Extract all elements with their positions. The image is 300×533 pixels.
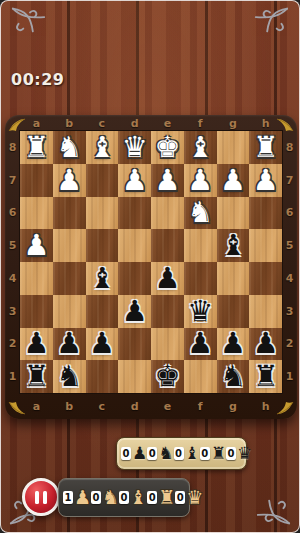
captured-black-pawn: 0♟ [121, 445, 147, 462]
file-label-g: g [217, 393, 250, 419]
count-badge: 0 [147, 447, 157, 460]
count-badge: 0 [121, 447, 131, 460]
square-h3[interactable] [249, 295, 282, 328]
board-grid: ♜♞♝♛♚♝♜♟♟♟♟♟♟♞♟♝♝♟♟♛♟♟♟♟♟♟♜♞♚♞♜ [20, 131, 282, 393]
piece-bP-d3[interactable]: ♟ [122, 297, 148, 326]
captured-black-bishop: 0♝ [174, 445, 200, 462]
square-c2[interactable]: ♟ [86, 328, 119, 361]
square-d2[interactable] [118, 328, 151, 361]
piece-wP-h7[interactable]: ♟ [253, 166, 279, 195]
captured-white-knight: 0♞ [91, 488, 119, 507]
pawn-icon: ♟ [132, 445, 147, 462]
square-b3[interactable] [53, 295, 86, 328]
square-f1[interactable] [184, 360, 217, 393]
count-badge: 0 [200, 447, 210, 460]
captured-white-pieces-tray: 1♟0♞0♝0♜0♛ [58, 478, 190, 517]
rook-icon: ♜ [158, 488, 175, 507]
piece-wB-f8[interactable]: ♝ [187, 133, 213, 162]
rook-icon: ♜ [211, 445, 226, 462]
square-h1[interactable]: ♜ [249, 360, 282, 393]
square-h7[interactable]: ♟ [249, 164, 282, 197]
file-label-e: e [151, 393, 184, 419]
square-g8[interactable] [217, 131, 250, 164]
rank-label-2: 2 [282, 328, 297, 361]
queen-icon: ♛ [186, 488, 203, 507]
square-g5[interactable]: ♝ [217, 229, 250, 262]
square-c6[interactable] [86, 197, 119, 230]
square-e7[interactable]: ♟ [151, 164, 184, 197]
square-e2[interactable] [151, 328, 184, 361]
count-badge: 0 [119, 491, 129, 504]
square-e4[interactable]: ♟ [151, 262, 184, 295]
rank-label-1: 1 [5, 360, 20, 393]
file-label-b: b [53, 115, 86, 131]
count-badge: 0 [174, 447, 184, 460]
rank-label-4: 4 [5, 262, 20, 295]
square-f5[interactable] [184, 229, 217, 262]
pause-button[interactable] [22, 478, 60, 516]
count-badge: 0 [147, 491, 157, 504]
piece-wP-b7[interactable]: ♟ [56, 166, 82, 195]
file-labels-bottom: abcdefgh [20, 393, 282, 419]
rank-label-8: 8 [282, 131, 297, 164]
square-a3[interactable] [20, 295, 53, 328]
file-labels-top: abcdefgh [20, 115, 282, 131]
square-b2[interactable]: ♟ [53, 328, 86, 361]
piece-bP-f2[interactable]: ♟ [187, 329, 213, 358]
piece-wN-b8[interactable]: ♞ [56, 133, 82, 162]
bishop-icon: ♝ [185, 445, 200, 462]
square-d5[interactable] [118, 229, 151, 262]
square-f4[interactable] [184, 262, 217, 295]
captured-white-bishop: 0♝ [119, 488, 147, 507]
square-e5[interactable] [151, 229, 184, 262]
square-a6[interactable] [20, 197, 53, 230]
file-label-a: a [20, 393, 53, 419]
square-b7[interactable]: ♟ [53, 164, 86, 197]
rank-label-7: 7 [282, 164, 297, 197]
square-c8[interactable]: ♝ [86, 131, 119, 164]
square-c5[interactable] [86, 229, 119, 262]
rank-label-5: 5 [282, 229, 297, 262]
square-c7[interactable] [86, 164, 119, 197]
square-d8[interactable]: ♛ [118, 131, 151, 164]
square-d6[interactable] [118, 197, 151, 230]
piece-wP-a5[interactable]: ♟ [23, 231, 49, 260]
rank-label-6: 6 [5, 197, 20, 230]
square-d1[interactable] [118, 360, 151, 393]
square-c4[interactable]: ♝ [86, 262, 119, 295]
bishop-icon: ♝ [130, 488, 147, 507]
square-a2[interactable]: ♟ [20, 328, 53, 361]
piece-bR-h1[interactable]: ♜ [253, 362, 279, 391]
square-g4[interactable] [217, 262, 250, 295]
rank-label-7: 7 [5, 164, 20, 197]
file-label-b: b [53, 393, 86, 419]
square-f3[interactable]: ♛ [184, 295, 217, 328]
file-label-f: f [184, 393, 217, 419]
square-g3[interactable] [217, 295, 250, 328]
piece-bP-c2[interactable]: ♟ [89, 329, 115, 358]
piece-bP-b2[interactable]: ♟ [56, 329, 82, 358]
square-c1[interactable] [86, 360, 119, 393]
corner-flourish-top-right [252, 5, 290, 35]
file-label-h: h [249, 115, 282, 131]
square-c3[interactable] [86, 295, 119, 328]
file-label-c: c [86, 115, 119, 131]
square-e8[interactable]: ♚ [151, 131, 184, 164]
square-b5[interactable] [53, 229, 86, 262]
pawn-icon: ♟ [74, 488, 91, 507]
chess-board: abcdefgh abcdefgh 87654321 87654321 ♜♞♝♛… [5, 115, 297, 419]
square-a8[interactable]: ♜ [20, 131, 53, 164]
square-g7[interactable]: ♟ [217, 164, 250, 197]
rank-label-8: 8 [5, 131, 20, 164]
pause-icon [43, 491, 47, 504]
queen-icon: ♛ [237, 445, 252, 462]
rank-label-5: 5 [5, 229, 20, 262]
square-g1[interactable]: ♞ [217, 360, 250, 393]
square-a4[interactable] [20, 262, 53, 295]
piece-wP-e7[interactable]: ♟ [154, 166, 180, 195]
square-e3[interactable] [151, 295, 184, 328]
rank-label-3: 3 [5, 295, 20, 328]
captured-black-knight: 0♞ [147, 445, 173, 462]
file-label-g: g [217, 115, 250, 131]
piece-bP-h2[interactable]: ♟ [253, 329, 279, 358]
square-d3[interactable]: ♟ [118, 295, 151, 328]
square-d4[interactable] [118, 262, 151, 295]
captured-white-pawn: 1♟ [63, 488, 91, 507]
square-g2[interactable]: ♟ [217, 328, 250, 361]
knight-icon: ♞ [102, 488, 119, 507]
piece-wK-e8[interactable]: ♚ [154, 133, 180, 162]
piece-bP-e4[interactable]: ♟ [154, 264, 180, 293]
piece-wP-d7[interactable]: ♟ [122, 166, 148, 195]
piece-bN-b1[interactable]: ♞ [56, 362, 82, 391]
count-badge: 1 [63, 491, 73, 504]
square-e6[interactable] [151, 197, 184, 230]
square-d7[interactable]: ♟ [118, 164, 151, 197]
rank-label-3: 3 [282, 295, 297, 328]
piece-bK-e1[interactable]: ♚ [154, 362, 180, 391]
square-f6[interactable]: ♞ [184, 197, 217, 230]
file-label-a: a [20, 115, 53, 131]
rank-label-6: 6 [282, 197, 297, 230]
captured-white-queen: 0♛ [175, 488, 203, 507]
piece-wP-f7[interactable]: ♟ [187, 166, 213, 195]
knight-icon: ♞ [158, 445, 173, 462]
piece-wP-g7[interactable]: ♟ [220, 166, 246, 195]
app-screen: 00:29 abcdefgh abcdefgh 87654321 8765432… [0, 0, 300, 533]
square-b1[interactable]: ♞ [53, 360, 86, 393]
square-g6[interactable] [217, 197, 250, 230]
captured-black-queen: 0♛ [226, 445, 252, 462]
rank-label-2: 2 [5, 328, 20, 361]
file-label-f: f [184, 115, 217, 131]
piece-wN-f6[interactable]: ♞ [187, 198, 213, 227]
count-badge: 0 [226, 447, 236, 460]
square-h6[interactable] [249, 197, 282, 230]
square-b4[interactable] [53, 262, 86, 295]
file-label-d: d [118, 393, 151, 419]
piece-bR-a1[interactable]: ♜ [23, 362, 49, 391]
corner-flourish-bottom-right [254, 497, 292, 527]
square-h5[interactable] [249, 229, 282, 262]
piece-bN-g1[interactable]: ♞ [220, 362, 246, 391]
captured-black-pieces-tray: 0♟0♞0♝0♜0♛ [116, 437, 247, 470]
square-b8[interactable]: ♞ [53, 131, 86, 164]
piece-wB-c8[interactable]: ♝ [89, 133, 115, 162]
file-label-e: e [151, 115, 184, 131]
square-a5[interactable]: ♟ [20, 229, 53, 262]
square-f7[interactable]: ♟ [184, 164, 217, 197]
square-h2[interactable]: ♟ [249, 328, 282, 361]
square-f2[interactable]: ♟ [184, 328, 217, 361]
pause-icon [35, 491, 39, 504]
count-badge: 0 [91, 491, 101, 504]
count-badge: 0 [175, 491, 185, 504]
rank-label-4: 4 [282, 262, 297, 295]
file-label-c: c [86, 393, 119, 419]
captured-black-rook: 0♜ [200, 445, 226, 462]
square-b6[interactable] [53, 197, 86, 230]
piece-bB-g5[interactable]: ♝ [220, 231, 246, 260]
square-a1[interactable]: ♜ [20, 360, 53, 393]
piece-wQ-d8[interactable]: ♛ [122, 133, 148, 162]
rank-label-1: 1 [282, 360, 297, 393]
piece-bB-c4[interactable]: ♝ [89, 264, 115, 293]
game-timer: 00:29 [11, 70, 64, 89]
file-label-d: d [118, 115, 151, 131]
square-h8[interactable]: ♜ [249, 131, 282, 164]
piece-bP-a2[interactable]: ♟ [23, 329, 49, 358]
square-f8[interactable]: ♝ [184, 131, 217, 164]
file-label-h: h [249, 393, 282, 419]
piece-bP-g2[interactable]: ♟ [220, 329, 246, 358]
square-h4[interactable] [249, 262, 282, 295]
piece-bQ-f3[interactable]: ♛ [187, 297, 213, 326]
captured-white-rook: 0♜ [147, 488, 175, 507]
corner-flourish-top-left [10, 5, 48, 35]
square-a7[interactable] [20, 164, 53, 197]
square-e1[interactable]: ♚ [151, 360, 184, 393]
piece-wR-a8[interactable]: ♜ [23, 133, 49, 162]
rank-labels-right: 87654321 [282, 131, 297, 393]
piece-wR-h8[interactable]: ♜ [253, 133, 279, 162]
rank-labels-left: 87654321 [5, 131, 20, 393]
